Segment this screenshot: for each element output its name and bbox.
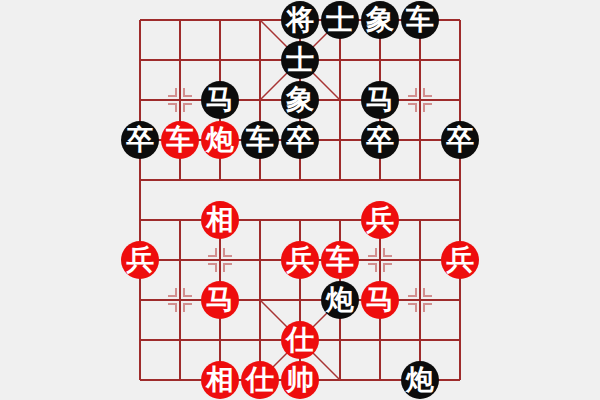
red-soldier[interactable]: 兵: [441, 241, 479, 279]
black-soldier[interactable]: 卒: [441, 121, 479, 159]
xiangqi-board[interactable]: 将士象车士马象马卒车炮车卒卒卒相兵兵兵车兵马炮马仕相仕帅炮: [120, 0, 480, 400]
black-general[interactable]: 将: [281, 1, 319, 39]
red-elephant[interactable]: 相: [201, 201, 239, 239]
red-chariot[interactable]: 车: [161, 121, 199, 159]
black-cannon[interactable]: 炮: [321, 281, 359, 319]
black-horse[interactable]: 马: [201, 81, 239, 119]
black-horse[interactable]: 马: [361, 81, 399, 119]
black-chariot[interactable]: 车: [401, 1, 439, 39]
red-soldier[interactable]: 兵: [281, 241, 319, 279]
red-horse[interactable]: 马: [201, 281, 239, 319]
red-soldier[interactable]: 兵: [121, 241, 159, 279]
red-chariot[interactable]: 车: [321, 241, 359, 279]
red-horse[interactable]: 马: [361, 281, 399, 319]
red-soldier[interactable]: 兵: [361, 201, 399, 239]
black-advisor[interactable]: 士: [321, 1, 359, 39]
red-cannon[interactable]: 炮: [201, 121, 239, 159]
black-soldier[interactable]: 卒: [121, 121, 159, 159]
black-elephant[interactable]: 象: [361, 1, 399, 39]
black-elephant[interactable]: 象: [281, 81, 319, 119]
red-elephant[interactable]: 相: [201, 361, 239, 399]
black-chariot[interactable]: 车: [241, 121, 279, 159]
xiangqi-app-window: 将士象车士马象马卒车炮车卒卒卒相兵兵兵车兵马炮马仕相仕帅炮: [0, 0, 600, 400]
black-advisor[interactable]: 士: [281, 41, 319, 79]
black-soldier[interactable]: 卒: [281, 121, 319, 159]
red-advisor[interactable]: 仕: [241, 361, 279, 399]
black-soldier[interactable]: 卒: [361, 121, 399, 159]
black-cannon[interactable]: 炮: [401, 361, 439, 399]
red-general[interactable]: 帅: [281, 361, 319, 399]
red-advisor[interactable]: 仕: [281, 321, 319, 359]
